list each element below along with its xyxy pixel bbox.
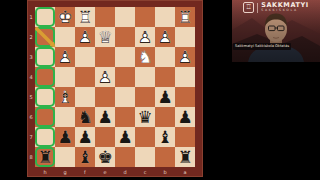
square-b6[interactable] xyxy=(155,107,175,127)
square-d8[interactable] xyxy=(115,147,135,167)
square-e3[interactable] xyxy=(95,47,115,67)
square-e6[interactable]: ♟ xyxy=(95,107,115,127)
square-c4[interactable] xyxy=(135,67,155,87)
file-label-d: d xyxy=(115,167,135,177)
square-a3[interactable]: ♟♙ xyxy=(175,47,195,67)
square-b7[interactable]: ♝ xyxy=(155,127,175,147)
square-h8[interactable]: ♜ xyxy=(35,147,55,167)
black-pawn[interactable]: ♟ xyxy=(55,127,75,147)
square-f8[interactable]: ♝ xyxy=(75,147,95,167)
square-b1[interactable] xyxy=(155,7,175,27)
square-h6[interactable] xyxy=(35,107,55,127)
logo-divider xyxy=(257,3,258,13)
white-pawn[interactable]: ♟♙ xyxy=(95,67,115,87)
square-b2[interactable]: ♟♙ xyxy=(155,27,175,47)
square-c6[interactable]: ♛ xyxy=(135,107,155,127)
black-rook[interactable]: ♜ xyxy=(175,147,195,167)
square-f5[interactable] xyxy=(75,87,95,107)
file-label-b: b xyxy=(155,167,175,177)
channel-subtitle: SAKKISKOLA xyxy=(261,9,309,12)
square-a6[interactable]: ♟ xyxy=(175,107,195,127)
file-label-g: g xyxy=(55,167,75,177)
highlight-ring-h3 xyxy=(35,47,55,67)
square-g2[interactable] xyxy=(55,27,75,47)
file-label-e: e xyxy=(95,167,115,177)
white-pawn[interactable]: ♟♙ xyxy=(175,47,195,67)
square-d1[interactable] xyxy=(115,7,135,27)
square-d4[interactable] xyxy=(115,67,135,87)
video-frame: 12345678 hgfedcba ♚♔♜♖♜♖♟♙♛♕♟♙♟♙♟♙♞♘♟♙♟♙… xyxy=(0,0,320,180)
channel-logo: ♖ SAKKMATYI SAKKISKOLA xyxy=(232,2,320,13)
square-f3[interactable] xyxy=(75,47,95,67)
square-b5[interactable]: ♟ xyxy=(155,87,175,107)
square-c5[interactable] xyxy=(135,87,155,107)
square-d5[interactable] xyxy=(115,87,135,107)
square-d7[interactable]: ♟ xyxy=(115,127,135,147)
white-pawn[interactable]: ♟♙ xyxy=(55,47,75,67)
square-a7[interactable] xyxy=(175,127,195,147)
square-e5[interactable] xyxy=(95,87,115,107)
black-queen[interactable]: ♛ xyxy=(135,107,155,127)
square-d2[interactable] xyxy=(115,27,135,47)
file-label-h: h xyxy=(35,167,55,177)
square-f6[interactable]: ♞ xyxy=(75,107,95,127)
chess-board: ♚♔♜♖♜♖♟♙♛♕♟♙♟♙♟♙♞♘♟♙♟♙♝♗♟♞♟♛♟♟♟♟♝♜♝♚♜ xyxy=(35,7,195,167)
square-a4[interactable] xyxy=(175,67,195,87)
rank-labels: 12345678 xyxy=(27,7,35,167)
black-pawn[interactable]: ♟ xyxy=(115,127,135,147)
white-queen[interactable]: ♛♕ xyxy=(95,27,115,47)
square-h4[interactable] xyxy=(35,67,55,87)
square-h7[interactable] xyxy=(35,127,55,147)
square-f7[interactable]: ♟ xyxy=(75,127,95,147)
white-pawn[interactable]: ♟♙ xyxy=(155,27,175,47)
rank-label-8: 8 xyxy=(27,147,35,167)
highlight-ring-h2 xyxy=(35,27,55,47)
rook-badge-icon: ♖ xyxy=(243,2,254,13)
white-rook[interactable]: ♜♖ xyxy=(175,7,195,27)
rank-label-2: 2 xyxy=(27,27,35,47)
square-e4[interactable]: ♟♙ xyxy=(95,67,115,87)
webcam-panel: ♖ SAKKMATYI SAKKISKOLA Sakkmatyi Sakkisk… xyxy=(232,0,320,62)
file-label-a: a xyxy=(175,167,195,177)
square-c3[interactable]: ♞♘ xyxy=(135,47,155,67)
black-pawn[interactable]: ♟ xyxy=(75,127,95,147)
square-g5[interactable]: ♝♗ xyxy=(55,87,75,107)
lower-third-caption: Sakkmatyi Sakkiskola Oktatás xyxy=(233,43,291,50)
square-c8[interactable] xyxy=(135,147,155,167)
square-b3[interactable] xyxy=(155,47,175,67)
square-c7[interactable] xyxy=(135,127,155,147)
square-h3[interactable] xyxy=(35,47,55,67)
square-a2[interactable] xyxy=(175,27,195,47)
black-king[interactable]: ♚ xyxy=(95,147,115,167)
square-e1[interactable] xyxy=(95,7,115,27)
square-g4[interactable] xyxy=(55,67,75,87)
square-g3[interactable]: ♟♙ xyxy=(55,47,75,67)
square-g7[interactable]: ♟ xyxy=(55,127,75,147)
black-pawn[interactable]: ♟ xyxy=(155,87,175,107)
square-g1[interactable]: ♚♔ xyxy=(55,7,75,27)
white-pawn[interactable]: ♟♙ xyxy=(75,27,95,47)
highlight-ring-h5 xyxy=(35,87,55,107)
file-labels: hgfedcba xyxy=(35,167,195,177)
black-pawn[interactable]: ♟ xyxy=(95,107,115,127)
white-rook[interactable]: ♜♖ xyxy=(75,7,95,27)
black-pawn[interactable]: ♟ xyxy=(175,107,195,127)
square-g6[interactable] xyxy=(55,107,75,127)
black-bishop[interactable]: ♝ xyxy=(75,147,95,167)
file-label-f: f xyxy=(75,167,95,177)
square-a5[interactable] xyxy=(175,87,195,107)
white-bishop[interactable]: ♝♗ xyxy=(55,87,75,107)
square-d6[interactable] xyxy=(115,107,135,127)
square-c2[interactable]: ♟♙ xyxy=(135,27,155,47)
square-a1[interactable]: ♜♖ xyxy=(175,7,195,27)
square-h5[interactable] xyxy=(35,87,55,107)
square-b8[interactable] xyxy=(155,147,175,167)
rank-label-7: 7 xyxy=(27,127,35,147)
white-pawn[interactable]: ♟♙ xyxy=(135,27,155,47)
square-f1[interactable]: ♜♖ xyxy=(75,7,95,27)
black-knight[interactable]: ♞ xyxy=(75,107,95,127)
square-g8[interactable] xyxy=(55,147,75,167)
square-e8[interactable]: ♚ xyxy=(95,147,115,167)
square-h1[interactable] xyxy=(35,7,55,27)
white-king[interactable]: ♚♔ xyxy=(55,7,75,27)
rank-label-5: 5 xyxy=(27,87,35,107)
black-rook[interactable]: ♜ xyxy=(35,147,55,167)
file-label-c: c xyxy=(135,167,155,177)
square-d3[interactable] xyxy=(115,47,135,67)
rank-label-6: 6 xyxy=(27,107,35,127)
rank-label-3: 3 xyxy=(27,47,35,67)
square-a8[interactable]: ♜ xyxy=(175,147,195,167)
square-f2[interactable]: ♟♙ xyxy=(75,27,95,47)
square-e2[interactable]: ♛♕ xyxy=(95,27,115,47)
square-f4[interactable] xyxy=(75,67,95,87)
highlight-ring-h7 xyxy=(35,127,55,147)
highlight-ring-h4 xyxy=(35,67,55,87)
rank-label-1: 1 xyxy=(27,7,35,27)
highlight-ring-h6 xyxy=(35,107,55,127)
rank-label-4: 4 xyxy=(27,67,35,87)
highlight-ring-h1 xyxy=(35,7,55,27)
square-h2[interactable] xyxy=(35,27,55,47)
square-c1[interactable] xyxy=(135,7,155,27)
square-e7[interactable] xyxy=(95,127,115,147)
white-knight[interactable]: ♞♘ xyxy=(135,47,155,67)
black-bishop[interactable]: ♝ xyxy=(155,127,175,147)
square-b4[interactable] xyxy=(155,67,175,87)
